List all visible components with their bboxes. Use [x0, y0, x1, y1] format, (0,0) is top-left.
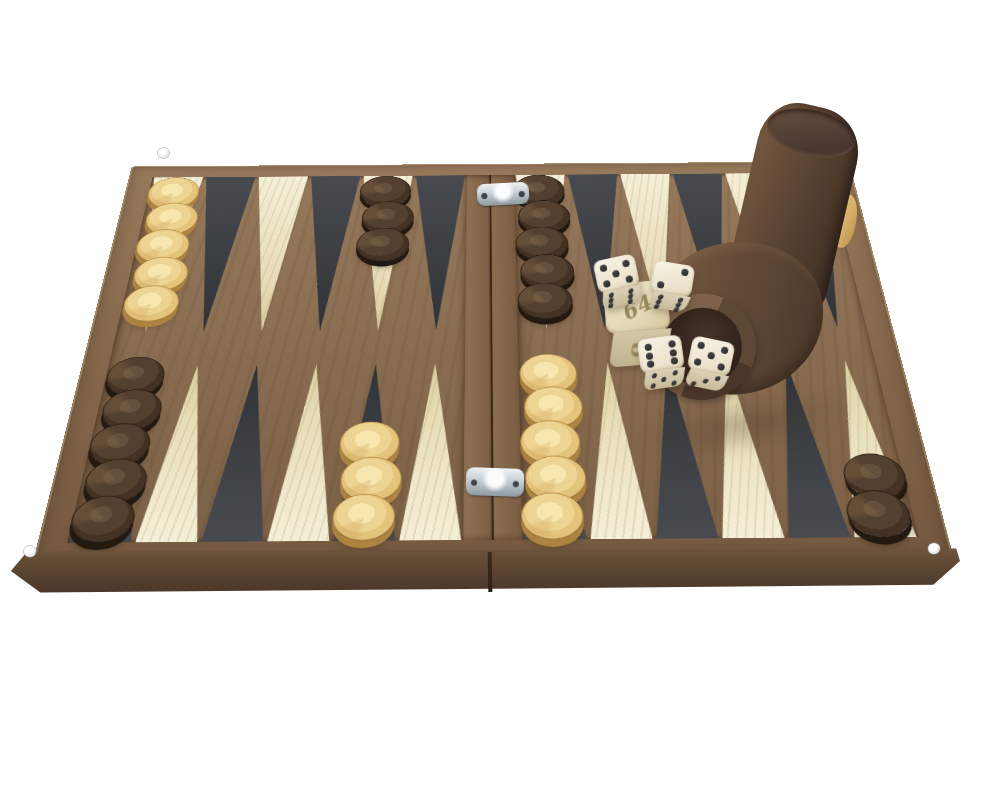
die-pip — [672, 370, 678, 376]
die-pip — [622, 259, 630, 267]
corner-magnet — [158, 148, 169, 158]
die-pip — [603, 280, 611, 288]
die-pip — [625, 275, 633, 283]
point-18-triangle — [409, 175, 465, 330]
die-pip — [702, 378, 709, 384]
corner-magnet — [24, 546, 36, 557]
die-pip — [645, 352, 653, 360]
die-pip — [694, 358, 702, 366]
die[interactable] — [648, 260, 696, 313]
clasp-hinge-top[interactable] — [476, 182, 529, 207]
product-photo-scene: 64 8 — [0, 0, 1000, 800]
die-pip — [690, 380, 697, 386]
die-pip — [612, 269, 620, 277]
die-pip — [681, 269, 689, 277]
checker-dark-point-1[interactable] — [842, 490, 915, 537]
point-7 — [397, 363, 465, 540]
clasp-hinge-bottom[interactable] — [466, 467, 525, 497]
die[interactable] — [637, 334, 688, 391]
die-pip — [650, 383, 656, 389]
checker-dark-point-17[interactable] — [355, 228, 410, 262]
die-pip — [720, 346, 728, 354]
points-bottom-left — [67, 363, 465, 543]
die-pip — [670, 357, 678, 365]
checker-dark-point-19[interactable] — [518, 283, 574, 319]
die-pip — [609, 302, 614, 308]
die-pip — [714, 375, 721, 381]
board-front-edge — [8, 548, 960, 594]
point-7-triangle — [399, 363, 463, 540]
die-pip — [671, 380, 677, 386]
die-pip — [668, 340, 676, 348]
die-pip — [697, 341, 705, 349]
die-pip — [707, 352, 715, 360]
corner-magnet — [928, 543, 940, 554]
points-top-left — [116, 175, 467, 332]
die-pip — [644, 343, 652, 351]
die-pip — [599, 264, 607, 272]
point-18 — [407, 175, 467, 330]
board-left-half — [67, 175, 466, 542]
die-pip — [646, 361, 654, 369]
die-pip — [628, 298, 633, 304]
die-pip — [652, 373, 658, 379]
front-edge-seam — [488, 552, 493, 592]
die-pip — [669, 349, 677, 357]
die-pip — [657, 281, 665, 289]
die-pip — [717, 363, 725, 371]
checker-light-point-13[interactable] — [120, 285, 183, 321]
point-6 — [518, 362, 588, 539]
die-pip — [661, 377, 667, 383]
die-pip — [672, 307, 679, 313]
die-pip — [653, 304, 660, 310]
